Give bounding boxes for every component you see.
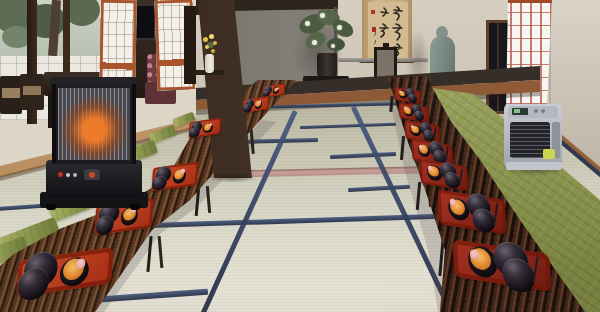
pink-garnish [418, 144, 422, 149]
heater-display-led [514, 109, 520, 113]
lacquer-tray [263, 83, 286, 97]
heater-base [506, 162, 562, 170]
covered-bowl [414, 110, 425, 122]
yellow-flower [203, 37, 208, 42]
covered-bowl [17, 266, 50, 302]
chopsticks [533, 257, 539, 283]
stove-wheel [46, 204, 56, 210]
pink-garnish [276, 86, 278, 89]
lacquer-tray [16, 247, 114, 298]
lacquer-tray [395, 86, 421, 103]
chopsticks [459, 169, 463, 186]
lacquer-tray [420, 159, 469, 191]
stove-dial-knob [89, 172, 95, 178]
pink-garnish [404, 106, 407, 110]
covered-bowl [408, 93, 417, 103]
heater-button [541, 109, 545, 113]
yellow-flower [205, 45, 209, 49]
covered-bowl [243, 103, 252, 113]
chopsticks [493, 203, 498, 227]
lacquer-tray [189, 118, 222, 139]
lacquer-tray [151, 161, 198, 191]
stove-frame [132, 84, 136, 164]
white-flower-vase [205, 54, 214, 73]
stove-knob [66, 173, 70, 177]
lacquer-tray [438, 189, 507, 234]
covered-bowl [189, 127, 200, 139]
heater-sticker [543, 149, 555, 159]
stove-knob [73, 173, 77, 177]
yellow-flower [213, 41, 217, 45]
stove-frame [52, 84, 56, 164]
stove-top-cap [50, 77, 138, 87]
lacquer-tray [453, 239, 552, 292]
pink-garnish [180, 168, 185, 173]
covered-bowl [152, 174, 168, 191]
covered-bowl [95, 214, 115, 235]
covered-bowl [501, 256, 536, 295]
yellow-flower [211, 49, 215, 53]
chopsticks [433, 127, 436, 140]
lacquer-tray [243, 96, 270, 113]
stove-knob [58, 172, 63, 177]
yellow-flower [209, 34, 214, 39]
chopsticks [445, 146, 449, 161]
pink-garnish [428, 166, 433, 172]
pink-garnish [399, 90, 402, 93]
lacquer-tray [399, 102, 429, 122]
pink-garnish [209, 123, 212, 127]
heater-button [534, 109, 538, 113]
stove-flame-grille [58, 88, 130, 160]
japanese-banquet-room-photo [0, 0, 600, 312]
covered-bowl [472, 206, 496, 233]
stove-wheel [130, 204, 140, 210]
